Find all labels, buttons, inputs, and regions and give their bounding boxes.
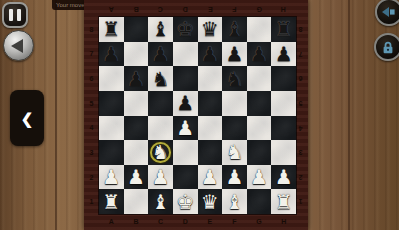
coordinate-label: F <box>222 3 247 16</box>
square-a5[interactable] <box>99 91 124 116</box>
square-g4[interactable] <box>247 116 272 141</box>
coordinate-label: C <box>148 215 173 228</box>
black-pawn: ♟ <box>225 42 243 66</box>
square-d7[interactable] <box>173 42 198 67</box>
white-bishop: ♝ <box>152 190 170 214</box>
square-c7[interactable]: ♟ <box>148 42 173 67</box>
pause-icon <box>17 9 21 21</box>
white-pawn: ♟ <box>250 165 268 189</box>
white-pawn: ♟ <box>176 116 194 140</box>
square-e6[interactable] <box>198 66 223 91</box>
square-b1[interactable] <box>124 189 149 214</box>
coordinate-label: 2 <box>85 165 98 190</box>
white-pawn: ♟ <box>275 165 293 189</box>
square-g6[interactable] <box>247 66 272 91</box>
square-d6[interactable] <box>173 66 198 91</box>
coordinate-label: A <box>99 3 124 16</box>
coordinate-label: A <box>99 215 124 228</box>
coordinate-label: G <box>247 215 272 228</box>
coordinate-label: F <box>222 215 247 228</box>
coordinate-label: 6 <box>85 66 98 91</box>
white-knight: ♞ <box>152 140 170 164</box>
black-pawn: ♟ <box>250 42 268 66</box>
square-e2[interactable]: ♟ <box>198 165 223 190</box>
file-labels-bottom: ABCDEFGH <box>99 215 296 228</box>
square-b5[interactable] <box>124 91 149 116</box>
lock-button[interactable] <box>374 33 399 61</box>
speaker-icon <box>382 6 396 18</box>
square-d2[interactable] <box>173 165 198 190</box>
white-pawn: ♟ <box>225 165 243 189</box>
white-pawn: ♟ <box>152 165 170 189</box>
chess-board-frame: ABCDEFGH ABCDEFGH 87654321 87654321 ♜♝♚♛… <box>84 0 308 230</box>
square-a8[interactable]: ♜ <box>99 17 124 42</box>
coordinate-label: 1 <box>85 189 98 214</box>
square-a6[interactable] <box>99 66 124 91</box>
chevron-left-icon: ❮ <box>21 111 34 126</box>
square-d8[interactable]: ♚ <box>173 17 198 42</box>
square-b3[interactable] <box>124 140 149 165</box>
square-g3[interactable] <box>247 140 272 165</box>
coordinate-label: H <box>271 3 296 16</box>
square-f2[interactable]: ♟ <box>222 165 247 190</box>
pause-icon <box>9 9 13 21</box>
square-e5[interactable] <box>198 91 223 116</box>
coordinate-label: 7 <box>85 42 98 67</box>
black-pawn: ♟ <box>127 67 145 91</box>
white-rook: ♜ <box>102 190 120 214</box>
coordinate-label: D <box>173 3 198 16</box>
coordinate-label: B <box>124 215 149 228</box>
square-g2[interactable]: ♟ <box>247 165 272 190</box>
square-d5[interactable]: ♟ <box>173 91 198 116</box>
white-rook: ♜ <box>275 190 293 214</box>
back-arrow-icon <box>11 39 23 53</box>
square-f4[interactable] <box>222 116 247 141</box>
black-rook: ♜ <box>275 17 293 41</box>
square-g5[interactable] <box>247 91 272 116</box>
coordinate-label: G <box>247 3 272 16</box>
square-a1[interactable]: ♜ <box>99 189 124 214</box>
file-labels-top: ABCDEFGH <box>99 3 296 16</box>
square-g1[interactable] <box>247 189 272 214</box>
square-f5[interactable] <box>222 91 247 116</box>
black-bishop: ♝ <box>152 17 170 41</box>
lock-icon <box>382 41 394 54</box>
coordinate-label: C <box>148 3 173 16</box>
square-c3[interactable]: ♞ <box>148 140 173 165</box>
coordinate-label: 3 <box>85 140 98 165</box>
pause-button[interactable] <box>2 2 28 28</box>
white-pawn: ♟ <box>102 165 120 189</box>
square-f6[interactable]: ♞ <box>222 66 247 91</box>
square-h3[interactable] <box>271 140 296 165</box>
panel-toggle-tab[interactable]: ❮ <box>10 90 44 146</box>
square-e8[interactable]: ♛ <box>198 17 223 42</box>
sound-button[interactable] <box>375 0 399 26</box>
coordinate-label: 8 <box>85 17 98 42</box>
square-f7[interactable]: ♟ <box>222 42 247 67</box>
square-f1[interactable]: ♝ <box>222 189 247 214</box>
square-c4[interactable] <box>148 116 173 141</box>
black-knight: ♞ <box>225 67 243 91</box>
square-c1[interactable]: ♝ <box>148 189 173 214</box>
coordinate-label: D <box>173 215 198 228</box>
coordinate-label: H <box>271 215 296 228</box>
square-a2[interactable]: ♟ <box>99 165 124 190</box>
coordinate-label: E <box>198 215 223 228</box>
rank-labels-left: 87654321 <box>85 17 98 214</box>
square-h2[interactable]: ♟ <box>271 165 296 190</box>
black-knight: ♞ <box>152 67 170 91</box>
square-c2[interactable]: ♟ <box>148 165 173 190</box>
back-button[interactable] <box>3 30 34 61</box>
square-h7[interactable]: ♟ <box>271 42 296 67</box>
square-b2[interactable]: ♟ <box>124 165 149 190</box>
app-screen: Your move... ❮ ABCDEFGH ABCDEFGH 8765432… <box>0 0 399 230</box>
coordinate-label: B <box>124 3 149 16</box>
square-g7[interactable]: ♟ <box>247 42 272 67</box>
black-pawn: ♟ <box>201 42 219 66</box>
wood-seam <box>348 0 350 230</box>
square-a4[interactable] <box>99 116 124 141</box>
square-h4[interactable] <box>271 116 296 141</box>
black-queen: ♛ <box>201 17 219 41</box>
white-queen: ♛ <box>201 190 219 214</box>
white-knight: ♞ <box>225 140 243 164</box>
square-h1[interactable]: ♜ <box>271 189 296 214</box>
square-b4[interactable] <box>124 116 149 141</box>
square-g8[interactable] <box>247 17 272 42</box>
white-pawn: ♟ <box>201 165 219 189</box>
chess-board: ♜♝♚♛♝♜♟♟♟♟♟♟♟♞♞♟♟♞♞♟♟♟♟♟♟♟♜♝♚♛♝♜ <box>99 17 296 214</box>
black-king: ♚ <box>176 17 194 41</box>
square-b6[interactable]: ♟ <box>124 66 149 91</box>
square-a3[interactable] <box>99 140 124 165</box>
wood-seam <box>55 0 57 230</box>
square-e7[interactable]: ♟ <box>198 42 223 67</box>
square-e4[interactable] <box>198 116 223 141</box>
black-bishop: ♝ <box>225 17 243 41</box>
white-bishop: ♝ <box>225 190 243 214</box>
square-d4[interactable]: ♟ <box>173 116 198 141</box>
coordinate-label: E <box>198 3 223 16</box>
square-c8[interactable]: ♝ <box>148 17 173 42</box>
white-pawn: ♟ <box>127 165 145 189</box>
square-h5[interactable] <box>271 91 296 116</box>
square-e1[interactable]: ♛ <box>198 189 223 214</box>
black-pawn: ♟ <box>152 42 170 66</box>
white-king: ♚ <box>176 190 194 214</box>
square-d3[interactable] <box>173 140 198 165</box>
square-b8[interactable] <box>124 17 149 42</box>
last-move-highlight-ring <box>150 142 171 163</box>
square-f8[interactable]: ♝ <box>222 17 247 42</box>
square-d1[interactable]: ♚ <box>173 189 198 214</box>
square-h6[interactable] <box>271 66 296 91</box>
square-c5[interactable] <box>148 91 173 116</box>
square-c6[interactable]: ♞ <box>148 66 173 91</box>
square-b7[interactable] <box>124 42 149 67</box>
square-h8[interactable]: ♜ <box>271 17 296 42</box>
black-pawn: ♟ <box>102 42 120 66</box>
coordinate-label: 5 <box>85 91 98 116</box>
square-e3[interactable] <box>198 140 223 165</box>
coordinate-label: 4 <box>85 116 98 141</box>
black-pawn: ♟ <box>275 42 293 66</box>
black-pawn: ♟ <box>176 91 194 115</box>
square-f3[interactable]: ♞ <box>222 140 247 165</box>
black-rook: ♜ <box>102 17 120 41</box>
square-a7[interactable]: ♟ <box>99 42 124 67</box>
